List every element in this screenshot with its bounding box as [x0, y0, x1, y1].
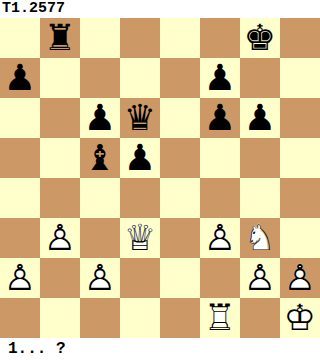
piece-black-pawn: ♟ — [200, 98, 240, 138]
square-g3[interactable]: ♞♘ — [240, 218, 280, 258]
piece-white-pawn: ♟♙ — [200, 218, 240, 258]
square-h1[interactable]: ♚♔ — [280, 298, 320, 338]
piece-white-knight: ♞♘ — [240, 218, 280, 258]
square-b7[interactable] — [40, 58, 80, 98]
chess-board: ♜♚♟♟♟♛♟♟♝♟♟♙♛♕♟♙♞♘♟♙♟♙♟♙♟♙♜♖♚♔ — [0, 18, 320, 338]
square-f7[interactable]: ♟ — [200, 58, 240, 98]
square-b1[interactable] — [40, 298, 80, 338]
square-a8[interactable] — [0, 18, 40, 58]
piece-white-pawn: ♟♙ — [240, 258, 280, 298]
square-b8[interactable]: ♜ — [40, 18, 80, 58]
square-d2[interactable] — [120, 258, 160, 298]
square-h5[interactable] — [280, 138, 320, 178]
square-f4[interactable] — [200, 178, 240, 218]
square-h8[interactable] — [280, 18, 320, 58]
square-e7[interactable] — [160, 58, 200, 98]
piece-black-pawn: ♟ — [0, 58, 40, 98]
square-b2[interactable] — [40, 258, 80, 298]
square-f1[interactable]: ♜♖ — [200, 298, 240, 338]
piece-black-pawn: ♟ — [200, 58, 240, 98]
square-a5[interactable] — [0, 138, 40, 178]
piece-black-pawn: ♟ — [120, 138, 160, 178]
square-g4[interactable] — [240, 178, 280, 218]
square-d4[interactable] — [120, 178, 160, 218]
square-c8[interactable] — [80, 18, 120, 58]
puzzle-title: T1.2577 — [2, 0, 65, 18]
square-a1[interactable] — [0, 298, 40, 338]
square-g1[interactable] — [240, 298, 280, 338]
square-c4[interactable] — [80, 178, 120, 218]
piece-white-rook: ♜♖ — [200, 298, 240, 338]
square-c5[interactable]: ♝ — [80, 138, 120, 178]
piece-white-pawn: ♟♙ — [0, 258, 40, 298]
square-f2[interactable] — [200, 258, 240, 298]
square-f6[interactable]: ♟ — [200, 98, 240, 138]
piece-white-pawn: ♟♙ — [80, 258, 120, 298]
piece-white-king: ♚♔ — [280, 298, 320, 338]
square-e6[interactable] — [160, 98, 200, 138]
square-h3[interactable] — [280, 218, 320, 258]
square-e3[interactable] — [160, 218, 200, 258]
square-e1[interactable] — [160, 298, 200, 338]
square-c6[interactable]: ♟ — [80, 98, 120, 138]
move-prompt: 1... ? — [8, 338, 66, 360]
piece-black-pawn: ♟ — [80, 98, 120, 138]
square-g7[interactable] — [240, 58, 280, 98]
square-c2[interactable]: ♟♙ — [80, 258, 120, 298]
square-b3[interactable]: ♟♙ — [40, 218, 80, 258]
piece-black-rook: ♜ — [40, 18, 80, 58]
piece-black-bishop: ♝ — [80, 138, 120, 178]
puzzle-title-bar: T1.2577 — [0, 0, 320, 18]
square-d8[interactable] — [120, 18, 160, 58]
square-a2[interactable]: ♟♙ — [0, 258, 40, 298]
square-h6[interactable] — [280, 98, 320, 138]
piece-black-queen: ♛ — [120, 98, 160, 138]
square-c1[interactable] — [80, 298, 120, 338]
square-d3[interactable]: ♛♕ — [120, 218, 160, 258]
square-g8[interactable]: ♚ — [240, 18, 280, 58]
square-f8[interactable] — [200, 18, 240, 58]
square-b4[interactable] — [40, 178, 80, 218]
piece-white-queen: ♛♕ — [120, 218, 160, 258]
square-a6[interactable] — [0, 98, 40, 138]
square-g5[interactable] — [240, 138, 280, 178]
square-g2[interactable]: ♟♙ — [240, 258, 280, 298]
square-e8[interactable] — [160, 18, 200, 58]
square-f5[interactable] — [200, 138, 240, 178]
square-e5[interactable] — [160, 138, 200, 178]
square-c3[interactable] — [80, 218, 120, 258]
square-a7[interactable]: ♟ — [0, 58, 40, 98]
square-h2[interactable]: ♟♙ — [280, 258, 320, 298]
square-a4[interactable] — [0, 178, 40, 218]
square-b5[interactable] — [40, 138, 80, 178]
square-d5[interactable]: ♟ — [120, 138, 160, 178]
square-d7[interactable] — [120, 58, 160, 98]
square-a3[interactable] — [0, 218, 40, 258]
square-g6[interactable]: ♟ — [240, 98, 280, 138]
square-e2[interactable] — [160, 258, 200, 298]
piece-white-pawn: ♟♙ — [280, 258, 320, 298]
square-d6[interactable]: ♛ — [120, 98, 160, 138]
piece-black-pawn: ♟ — [240, 98, 280, 138]
square-h7[interactable] — [280, 58, 320, 98]
piece-black-king: ♚ — [240, 18, 280, 58]
move-prompt-bar: 1... ? — [0, 338, 320, 360]
square-b6[interactable] — [40, 98, 80, 138]
square-d1[interactable] — [120, 298, 160, 338]
square-f3[interactable]: ♟♙ — [200, 218, 240, 258]
piece-white-pawn: ♟♙ — [40, 218, 80, 258]
square-h4[interactable] — [280, 178, 320, 218]
square-c7[interactable] — [80, 58, 120, 98]
square-e4[interactable] — [160, 178, 200, 218]
